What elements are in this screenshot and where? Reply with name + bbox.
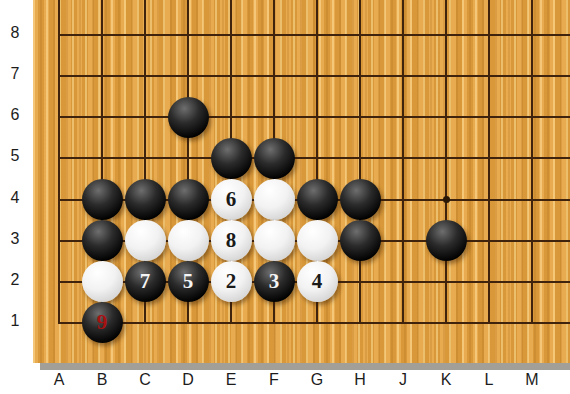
stone-black-H3[interactable]	[340, 220, 381, 261]
point-E4[interactable]: 6	[210, 179, 253, 220]
row-label-2: 2	[0, 271, 30, 289]
point-G4[interactable]	[296, 179, 339, 220]
stone-black-E5[interactable]	[211, 138, 252, 179]
move-number-9: 9	[97, 312, 108, 333]
stone-white-B2[interactable]	[82, 261, 123, 302]
stone-black-B1[interactable]: 9	[82, 302, 123, 343]
col-label-M: M	[517, 371, 547, 389]
point-C4[interactable]	[124, 179, 167, 220]
stone-black-D6[interactable]	[168, 97, 209, 138]
col-label-K: K	[431, 371, 461, 389]
row-label-8: 8	[0, 24, 30, 42]
stone-white-D3[interactable]	[168, 220, 209, 261]
stone-black-C2[interactable]: 7	[125, 261, 166, 302]
row-label-3: 3	[0, 230, 30, 248]
point-F5[interactable]	[253, 138, 296, 179]
row-label-5: 5	[0, 147, 30, 165]
move-number-5: 5	[183, 271, 194, 292]
point-B4[interactable]	[81, 179, 124, 220]
row-label-7: 7	[0, 65, 30, 83]
stone-white-C3[interactable]	[125, 220, 166, 261]
move-number-8: 8	[226, 230, 237, 251]
point-C3[interactable]	[124, 220, 167, 261]
col-label-B: B	[87, 371, 117, 389]
point-G3[interactable]	[296, 220, 339, 261]
stone-black-B4[interactable]	[82, 179, 123, 220]
point-B2[interactable]	[81, 261, 124, 302]
col-label-G: G	[302, 371, 332, 389]
point-C2[interactable]: 7	[124, 261, 167, 302]
stone-black-H4[interactable]	[340, 179, 381, 220]
point-H3[interactable]	[339, 220, 382, 261]
point-D4[interactable]	[167, 179, 210, 220]
move-number-2: 2	[226, 271, 237, 292]
point-B3[interactable]	[81, 220, 124, 261]
row-label-1: 1	[0, 312, 30, 330]
stone-white-F3[interactable]	[254, 220, 295, 261]
stone-white-F4[interactable]	[254, 179, 295, 220]
stone-black-D2[interactable]: 5	[168, 261, 209, 302]
stone-white-G3[interactable]	[297, 220, 338, 261]
point-F2[interactable]: 3	[253, 261, 296, 302]
stone-black-F2[interactable]: 3	[254, 261, 295, 302]
stone-black-G4[interactable]	[297, 179, 338, 220]
star-point-K4	[443, 196, 450, 203]
col-label-D: D	[173, 371, 203, 389]
stone-white-E4[interactable]: 6	[211, 179, 252, 220]
point-H4[interactable]	[339, 179, 382, 220]
board-edge-shadow	[40, 363, 570, 370]
point-E5[interactable]	[210, 138, 253, 179]
move-number-3: 3	[269, 271, 280, 292]
col-label-H: H	[345, 371, 375, 389]
stone-black-B3[interactable]	[82, 220, 123, 261]
point-K3[interactable]	[425, 220, 468, 261]
move-number-4: 4	[312, 271, 323, 292]
point-E2[interactable]: 2	[210, 261, 253, 302]
point-D3[interactable]	[167, 220, 210, 261]
board-grid: 68752349	[38, 14, 554, 343]
go-board[interactable]: 68752349	[33, 0, 570, 363]
col-label-J: J	[388, 371, 418, 389]
stone-white-G2[interactable]: 4	[297, 261, 338, 302]
row-label-4: 4	[0, 189, 30, 207]
point-D2[interactable]: 5	[167, 261, 210, 302]
intersection-K4[interactable]	[425, 179, 468, 220]
stone-white-E2[interactable]: 2	[211, 261, 252, 302]
col-label-L: L	[474, 371, 504, 389]
point-F4[interactable]	[253, 179, 296, 220]
point-B1[interactable]: 9	[81, 302, 124, 343]
row-label-6: 6	[0, 106, 30, 124]
stone-black-K3[interactable]	[426, 220, 467, 261]
col-label-C: C	[130, 371, 160, 389]
move-number-6: 6	[226, 189, 237, 210]
col-label-F: F	[259, 371, 289, 389]
stone-black-C4[interactable]	[125, 179, 166, 220]
move-number-7: 7	[140, 271, 151, 292]
col-label-E: E	[216, 371, 246, 389]
go-diagram: 68752349 87654321ABCDEFGHJKLM	[0, 0, 570, 394]
point-D6[interactable]	[167, 97, 210, 138]
stone-black-D4[interactable]	[168, 179, 209, 220]
stone-black-F5[interactable]	[254, 138, 295, 179]
point-G2[interactable]: 4	[296, 261, 339, 302]
stone-white-E3[interactable]: 8	[211, 220, 252, 261]
col-label-A: A	[44, 371, 74, 389]
point-E3[interactable]: 8	[210, 220, 253, 261]
point-F3[interactable]	[253, 220, 296, 261]
